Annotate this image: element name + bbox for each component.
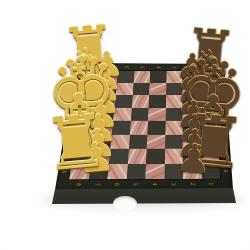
gold-rook: ♜ [41, 104, 112, 182]
bronze-pawn: ♟ [175, 138, 213, 180]
pieces-layer: ♜♟♞♟♝♟♛♟♚♟♝♟♞♟♜♟♜♟♞♟♝♟♛♟♚♟♝♟♞♟♜♟ [0, 0, 250, 250]
photo-background: 88HH77GG66FF55EE44DD33CC22BB11AA ♜♟♞♟♝♟♛… [0, 0, 250, 250]
